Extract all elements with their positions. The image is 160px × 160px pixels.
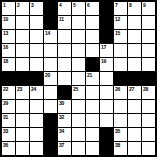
clue-number: 11 <box>59 16 64 22</box>
cell-r4c7[interactable] <box>86 44 99 57</box>
black-cell-r6c2 <box>16 72 29 85</box>
black-cell-r2c4 <box>44 16 57 29</box>
cell-r1c6[interactable]: 5 <box>72 2 85 15</box>
cell-r10c5[interactable]: 34 <box>58 128 71 141</box>
cell-r10c2[interactable] <box>16 128 29 141</box>
cell-r11c11[interactable] <box>142 142 155 155</box>
clue-number: 24 <box>31 86 36 92</box>
clue-number: 18 <box>3 58 8 64</box>
clue-number: 17 <box>101 44 106 50</box>
cell-r11c6[interactable] <box>72 142 85 155</box>
cell-r10c6[interactable] <box>72 128 85 141</box>
cell-r5c6[interactable] <box>72 58 85 71</box>
clue-number: 3 <box>31 2 33 8</box>
cell-r10c9[interactable]: 35 <box>114 128 127 141</box>
cell-r2c2[interactable] <box>16 16 29 29</box>
cell-r4c8[interactable]: 17 <box>100 44 113 57</box>
cell-r5c3[interactable] <box>30 58 43 71</box>
cell-r11c3[interactable] <box>30 142 43 155</box>
black-cell-r6c9 <box>114 72 127 85</box>
cell-r5c11[interactable] <box>142 58 155 71</box>
cell-r5c2[interactable] <box>16 58 29 71</box>
cell-r6c5[interactable] <box>58 72 71 85</box>
cell-r9c5[interactable]: 32 <box>58 114 71 127</box>
cell-r2c5[interactable]: 11 <box>58 16 71 29</box>
cell-r4c5[interactable] <box>58 44 71 57</box>
cell-r3c5[interactable] <box>58 30 71 43</box>
clue-number: 29 <box>3 100 8 106</box>
cell-r8c11[interactable] <box>142 100 155 113</box>
clue-number: 6 <box>87 2 89 8</box>
clue-number: 1 <box>3 2 5 8</box>
cell-r8c10[interactable] <box>128 100 141 113</box>
cell-r2c3[interactable] <box>30 16 43 29</box>
cell-r8c2[interactable] <box>16 100 29 113</box>
clue-number: 38 <box>115 142 120 148</box>
black-cell-r3c8 <box>100 30 113 43</box>
cell-r8c9[interactable] <box>114 100 127 113</box>
crossword-board: 1234567891011121314151617181920212223242… <box>0 0 157 157</box>
cell-r11c2[interactable] <box>16 142 29 155</box>
clue-number: 14 <box>45 30 50 36</box>
cell-r1c10[interactable]: 8 <box>128 2 141 15</box>
cell-r7c8[interactable] <box>100 86 113 99</box>
cell-r11c9[interactable]: 38 <box>114 142 127 155</box>
black-cell-r11c8 <box>100 142 113 155</box>
cell-r3c9[interactable]: 15 <box>114 30 127 43</box>
clue-number: 20 <box>45 72 50 78</box>
clue-number: 19 <box>101 58 106 64</box>
cell-r9c6[interactable] <box>72 114 85 127</box>
black-cell-r1c8 <box>100 2 113 15</box>
clue-number: 23 <box>17 86 22 92</box>
cell-r9c7[interactable] <box>86 114 99 127</box>
black-cell-r10c8 <box>100 128 113 141</box>
cell-r2c11[interactable] <box>142 16 155 29</box>
cell-r3c10[interactable] <box>128 30 141 43</box>
clue-number: 28 <box>143 86 148 92</box>
clue-number: 35 <box>115 128 120 134</box>
cell-r7c10[interactable]: 27 <box>128 86 141 99</box>
clue-number: 15 <box>115 30 120 36</box>
black-cell-r6c10 <box>128 72 141 85</box>
clue-number: 22 <box>3 86 8 92</box>
cell-r9c10[interactable] <box>128 114 141 127</box>
cell-r8c3[interactable] <box>30 100 43 113</box>
cell-r7c4[interactable] <box>44 86 57 99</box>
cell-r2c9[interactable]: 12 <box>114 16 127 29</box>
cell-r10c11[interactable] <box>142 128 155 141</box>
cell-r4c9[interactable] <box>114 44 127 57</box>
cell-r2c1[interactable]: 10 <box>2 16 15 29</box>
clue-number: 16 <box>3 44 8 50</box>
cell-r8c8[interactable] <box>100 100 113 113</box>
clue-number: 12 <box>115 16 120 22</box>
cell-r1c1[interactable]: 1 <box>2 2 15 15</box>
black-cell-r5c7 <box>86 58 99 71</box>
cell-r10c10[interactable] <box>128 128 141 141</box>
clue-number: 31 <box>3 114 8 120</box>
cell-r3c2[interactable] <box>16 30 29 43</box>
cell-r4c11[interactable] <box>142 44 155 57</box>
cell-r7c1[interactable]: 22 <box>2 86 15 99</box>
clue-number: 33 <box>3 128 8 134</box>
cell-r9c1[interactable]: 31 <box>2 114 15 127</box>
black-cell-r11c4 <box>44 142 57 155</box>
cell-r7c6[interactable]: 25 <box>72 86 85 99</box>
cell-r4c10[interactable] <box>128 44 141 57</box>
cell-r1c11[interactable]: 9 <box>142 2 155 15</box>
black-cell-r6c11 <box>142 72 155 85</box>
clue-number: 9 <box>143 2 145 8</box>
cell-r8c5[interactable]: 30 <box>58 100 71 113</box>
clue-number: 21 <box>87 72 92 78</box>
clue-number: 2 <box>17 2 19 8</box>
cell-r5c5[interactable] <box>58 58 71 71</box>
cell-r7c11[interactable]: 28 <box>142 86 155 99</box>
clue-number: 8 <box>129 2 131 8</box>
cell-r4c3[interactable] <box>30 44 43 57</box>
cell-r7c3[interactable]: 24 <box>30 86 43 99</box>
clue-number: 27 <box>129 86 134 92</box>
cell-r3c7[interactable] <box>86 30 99 43</box>
cell-r9c3[interactable] <box>30 114 43 127</box>
cell-r9c11[interactable] <box>142 114 155 127</box>
black-cell-r9c4 <box>44 114 57 127</box>
clue-number: 5 <box>73 2 75 8</box>
cell-r3c3[interactable] <box>30 30 43 43</box>
clue-number: 25 <box>73 86 78 92</box>
cell-r8c1[interactable]: 29 <box>2 100 15 113</box>
black-cell-r10c4 <box>44 128 57 141</box>
cell-r6c7[interactable]: 21 <box>86 72 99 85</box>
cell-r2c6[interactable] <box>72 16 85 29</box>
cell-r4c2[interactable] <box>16 44 29 57</box>
cell-r8c7[interactable] <box>86 100 99 113</box>
cell-r7c2[interactable]: 23 <box>16 86 29 99</box>
cell-r1c2[interactable]: 2 <box>16 2 29 15</box>
cell-r3c11[interactable] <box>142 30 155 43</box>
clue-number: 13 <box>3 30 8 36</box>
cell-r5c4[interactable] <box>44 58 57 71</box>
cell-r3c4[interactable]: 14 <box>44 30 57 43</box>
cell-r6c6[interactable] <box>72 72 85 85</box>
cell-r1c9[interactable]: 7 <box>114 2 127 15</box>
cell-r7c9[interactable]: 26 <box>114 86 127 99</box>
cell-r11c7[interactable] <box>86 142 99 155</box>
cell-r9c8[interactable] <box>100 114 113 127</box>
black-cell-r7c5 <box>58 86 71 99</box>
cell-r9c9[interactable] <box>114 114 127 127</box>
cell-r10c7[interactable] <box>86 128 99 141</box>
cell-r5c10[interactable] <box>128 58 141 71</box>
cell-r11c1[interactable]: 36 <box>2 142 15 155</box>
cell-r10c3[interactable] <box>30 128 43 141</box>
cell-r4c4[interactable] <box>44 44 57 57</box>
black-cell-r6c1 <box>2 72 15 85</box>
clue-number: 36 <box>3 142 8 148</box>
cell-r5c1[interactable]: 18 <box>2 58 15 71</box>
black-cell-r1c4 <box>44 2 57 15</box>
clue-number: 37 <box>59 142 64 148</box>
cell-r7c7[interactable] <box>86 86 99 99</box>
cell-r11c10[interactable] <box>128 142 141 155</box>
cell-r2c10[interactable] <box>128 16 141 29</box>
cell-r4c6[interactable] <box>72 44 85 57</box>
clue-number: 26 <box>115 86 120 92</box>
cell-r8c6[interactable] <box>72 100 85 113</box>
clue-number: 32 <box>59 114 64 120</box>
cell-r5c8[interactable]: 19 <box>100 58 113 71</box>
cell-r1c7[interactable]: 6 <box>86 2 99 15</box>
cell-r10c1[interactable]: 33 <box>2 128 15 141</box>
clue-number: 7 <box>115 2 117 8</box>
cell-r8c4[interactable] <box>44 100 57 113</box>
cell-r1c5[interactable]: 4 <box>58 2 71 15</box>
clue-number: 34 <box>59 128 64 134</box>
clue-number: 10 <box>3 16 8 22</box>
cell-r4c1[interactable]: 16 <box>2 44 15 57</box>
cell-r11c5[interactable]: 37 <box>58 142 71 155</box>
cell-r5c9[interactable] <box>114 58 127 71</box>
cell-r1c3[interactable]: 3 <box>30 2 43 15</box>
cell-r6c4[interactable]: 20 <box>44 72 57 85</box>
cell-r3c6[interactable] <box>72 30 85 43</box>
black-cell-r2c8 <box>100 16 113 29</box>
clue-number: 4 <box>59 2 61 8</box>
cell-r2c7[interactable] <box>86 16 99 29</box>
black-cell-r6c3 <box>30 72 43 85</box>
cell-r3c1[interactable]: 13 <box>2 30 15 43</box>
cell-r9c2[interactable] <box>16 114 29 127</box>
clue-number: 30 <box>59 100 64 106</box>
cell-r6c8[interactable] <box>100 72 113 85</box>
